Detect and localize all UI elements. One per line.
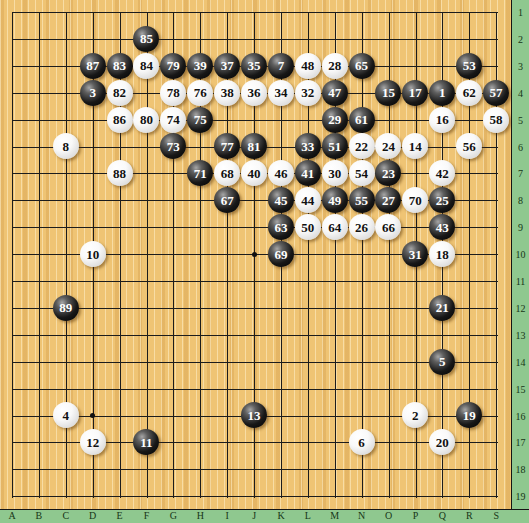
intersection-I9[interactable] <box>214 214 241 241</box>
intersection-D9[interactable] <box>79 214 106 241</box>
intersection-E14[interactable] <box>106 348 133 375</box>
intersection-B15[interactable] <box>25 375 52 402</box>
intersection-P9[interactable] <box>402 214 429 241</box>
go-board[interactable]: 8587838479393735748286553382787638363432… <box>0 0 529 523</box>
intersection-Q15[interactable] <box>429 375 456 402</box>
intersection-K1[interactable] <box>267 0 294 25</box>
intersection-S18[interactable] <box>483 456 510 483</box>
intersection-F8[interactable] <box>133 187 160 214</box>
intersection-J10[interactable] <box>241 241 268 268</box>
intersection-G2[interactable] <box>160 25 187 52</box>
intersection-C5[interactable] <box>52 106 79 133</box>
intersection-O13[interactable] <box>375 321 402 348</box>
intersection-E17[interactable] <box>106 429 133 456</box>
intersection-A13[interactable] <box>0 321 25 348</box>
intersection-P1[interactable] <box>402 0 429 25</box>
intersection-E5[interactable]: 86 <box>106 106 133 133</box>
intersection-K15[interactable] <box>267 375 294 402</box>
intersection-A10[interactable] <box>0 241 25 268</box>
intersection-F10[interactable] <box>133 241 160 268</box>
intersection-D1[interactable] <box>79 0 106 25</box>
intersection-B6[interactable] <box>25 133 52 160</box>
intersection-R1[interactable] <box>456 0 483 25</box>
intersection-G4[interactable]: 78 <box>160 79 187 106</box>
intersection-S4[interactable]: 57 <box>483 79 510 106</box>
intersection-F11[interactable] <box>133 267 160 294</box>
intersection-P13[interactable] <box>402 321 429 348</box>
intersection-B17[interactable] <box>25 429 52 456</box>
intersection-S12[interactable] <box>483 294 510 321</box>
intersection-N10[interactable] <box>348 241 375 268</box>
intersection-O19[interactable] <box>375 483 402 510</box>
intersection-K13[interactable] <box>267 321 294 348</box>
intersection-N2[interactable] <box>348 25 375 52</box>
intersection-H12[interactable] <box>187 294 214 321</box>
intersection-L13[interactable] <box>294 321 321 348</box>
intersection-B1[interactable] <box>25 0 52 25</box>
intersection-A3[interactable] <box>0 52 25 79</box>
intersection-S2[interactable] <box>483 25 510 52</box>
intersection-K2[interactable] <box>267 25 294 52</box>
intersection-R15[interactable] <box>456 375 483 402</box>
intersection-C12[interactable]: 89 <box>52 294 79 321</box>
intersection-H3[interactable]: 39 <box>187 52 214 79</box>
intersection-R6[interactable]: 56 <box>456 133 483 160</box>
intersection-O3[interactable] <box>375 52 402 79</box>
intersection-K11[interactable] <box>267 267 294 294</box>
intersection-P8[interactable]: 70 <box>402 187 429 214</box>
intersection-G10[interactable] <box>160 241 187 268</box>
intersection-J5[interactable] <box>241 106 268 133</box>
intersection-O6[interactable]: 24 <box>375 133 402 160</box>
intersection-I17[interactable] <box>214 429 241 456</box>
intersection-G1[interactable] <box>160 0 187 25</box>
intersection-K9[interactable]: 63 <box>267 214 294 241</box>
intersection-R18[interactable] <box>456 456 483 483</box>
intersection-N11[interactable] <box>348 267 375 294</box>
intersection-D10[interactable]: 10 <box>79 241 106 268</box>
intersection-N17[interactable]: 6 <box>348 429 375 456</box>
intersection-N3[interactable]: 65 <box>348 52 375 79</box>
intersection-B19[interactable] <box>25 483 52 510</box>
intersection-G9[interactable] <box>160 214 187 241</box>
intersection-R13[interactable] <box>456 321 483 348</box>
intersection-M6[interactable]: 51 <box>321 133 348 160</box>
intersection-A18[interactable] <box>0 456 25 483</box>
intersection-H13[interactable] <box>187 321 214 348</box>
intersection-R10[interactable] <box>456 241 483 268</box>
intersection-K5[interactable] <box>267 106 294 133</box>
intersection-M16[interactable] <box>321 402 348 429</box>
intersection-J19[interactable] <box>241 483 268 510</box>
intersection-R4[interactable]: 62 <box>456 79 483 106</box>
intersection-S1[interactable] <box>483 0 510 25</box>
intersection-L2[interactable] <box>294 25 321 52</box>
intersection-I4[interactable]: 38 <box>214 79 241 106</box>
intersection-P5[interactable] <box>402 106 429 133</box>
intersection-R5[interactable] <box>456 106 483 133</box>
intersection-Q14[interactable]: 5 <box>429 348 456 375</box>
intersection-N13[interactable] <box>348 321 375 348</box>
intersection-O18[interactable] <box>375 456 402 483</box>
intersection-I8[interactable]: 67 <box>214 187 241 214</box>
intersection-C14[interactable] <box>52 348 79 375</box>
intersection-H15[interactable] <box>187 375 214 402</box>
intersection-E6[interactable] <box>106 133 133 160</box>
intersection-Q7[interactable]: 42 <box>429 160 456 187</box>
intersection-J15[interactable] <box>241 375 268 402</box>
intersection-P16[interactable]: 2 <box>402 402 429 429</box>
intersection-P15[interactable] <box>402 375 429 402</box>
intersection-R19[interactable] <box>456 483 483 510</box>
intersection-L3[interactable]: 48 <box>294 52 321 79</box>
intersection-G6[interactable]: 73 <box>160 133 187 160</box>
intersection-I3[interactable]: 37 <box>214 52 241 79</box>
intersection-B9[interactable] <box>25 214 52 241</box>
intersection-P18[interactable] <box>402 456 429 483</box>
intersection-A2[interactable] <box>0 25 25 52</box>
intersection-E3[interactable]: 83 <box>106 52 133 79</box>
intersection-A11[interactable] <box>0 267 25 294</box>
intersection-Q17[interactable]: 20 <box>429 429 456 456</box>
intersection-K17[interactable] <box>267 429 294 456</box>
intersection-K14[interactable] <box>267 348 294 375</box>
intersection-F6[interactable] <box>133 133 160 160</box>
intersection-J3[interactable]: 35 <box>241 52 268 79</box>
intersection-N8[interactable]: 55 <box>348 187 375 214</box>
intersection-B16[interactable] <box>25 402 52 429</box>
intersection-Q10[interactable]: 18 <box>429 241 456 268</box>
intersection-A19[interactable] <box>0 483 25 510</box>
intersection-H18[interactable] <box>187 456 214 483</box>
intersection-K7[interactable]: 46 <box>267 160 294 187</box>
intersection-J13[interactable] <box>241 321 268 348</box>
intersection-C9[interactable] <box>52 214 79 241</box>
intersection-P11[interactable] <box>402 267 429 294</box>
intersection-R12[interactable] <box>456 294 483 321</box>
intersection-J2[interactable] <box>241 25 268 52</box>
intersection-D2[interactable] <box>79 25 106 52</box>
intersection-B13[interactable] <box>25 321 52 348</box>
intersection-N4[interactable] <box>348 79 375 106</box>
intersection-I6[interactable]: 77 <box>214 133 241 160</box>
intersection-C13[interactable] <box>52 321 79 348</box>
intersection-S14[interactable] <box>483 348 510 375</box>
intersection-R17[interactable] <box>456 429 483 456</box>
intersection-L6[interactable]: 33 <box>294 133 321 160</box>
intersection-R8[interactable] <box>456 187 483 214</box>
intersection-R14[interactable] <box>456 348 483 375</box>
intersection-D11[interactable] <box>79 267 106 294</box>
intersection-N9[interactable]: 26 <box>348 214 375 241</box>
intersection-F7[interactable] <box>133 160 160 187</box>
intersection-J17[interactable] <box>241 429 268 456</box>
intersection-S11[interactable] <box>483 267 510 294</box>
intersection-Q18[interactable] <box>429 456 456 483</box>
intersection-F5[interactable]: 80 <box>133 106 160 133</box>
intersection-F4[interactable] <box>133 79 160 106</box>
intersection-M15[interactable] <box>321 375 348 402</box>
intersection-A8[interactable] <box>0 187 25 214</box>
intersection-B3[interactable] <box>25 52 52 79</box>
intersection-A14[interactable] <box>0 348 25 375</box>
intersection-H19[interactable] <box>187 483 214 510</box>
intersection-A16[interactable] <box>0 402 25 429</box>
intersection-H11[interactable] <box>187 267 214 294</box>
intersection-O14[interactable] <box>375 348 402 375</box>
intersection-G11[interactable] <box>160 267 187 294</box>
intersection-P2[interactable] <box>402 25 429 52</box>
intersection-J18[interactable] <box>241 456 268 483</box>
intersection-D15[interactable] <box>79 375 106 402</box>
intersection-O17[interactable] <box>375 429 402 456</box>
intersection-D19[interactable] <box>79 483 106 510</box>
intersection-P7[interactable] <box>402 160 429 187</box>
intersection-L18[interactable] <box>294 456 321 483</box>
intersection-Q1[interactable] <box>429 0 456 25</box>
intersection-I5[interactable] <box>214 106 241 133</box>
intersection-M8[interactable]: 49 <box>321 187 348 214</box>
intersection-I14[interactable] <box>214 348 241 375</box>
intersection-Q2[interactable] <box>429 25 456 52</box>
intersection-D5[interactable] <box>79 106 106 133</box>
intersection-O16[interactable] <box>375 402 402 429</box>
intersection-B8[interactable] <box>25 187 52 214</box>
intersection-F1[interactable] <box>133 0 160 25</box>
intersection-H14[interactable] <box>187 348 214 375</box>
intersection-S10[interactable] <box>483 241 510 268</box>
intersection-G14[interactable] <box>160 348 187 375</box>
intersection-K19[interactable] <box>267 483 294 510</box>
intersection-R11[interactable] <box>456 267 483 294</box>
intersection-G15[interactable] <box>160 375 187 402</box>
intersection-O9[interactable]: 66 <box>375 214 402 241</box>
intersection-C4[interactable] <box>52 79 79 106</box>
intersection-F3[interactable]: 84 <box>133 52 160 79</box>
intersection-F14[interactable] <box>133 348 160 375</box>
intersection-Q13[interactable] <box>429 321 456 348</box>
intersection-E8[interactable] <box>106 187 133 214</box>
intersection-K8[interactable]: 45 <box>267 187 294 214</box>
intersection-A7[interactable] <box>0 160 25 187</box>
intersection-N14[interactable] <box>348 348 375 375</box>
intersection-S3[interactable] <box>483 52 510 79</box>
intersection-B4[interactable] <box>25 79 52 106</box>
intersection-B11[interactable] <box>25 267 52 294</box>
intersection-L17[interactable] <box>294 429 321 456</box>
intersection-O10[interactable] <box>375 241 402 268</box>
intersection-M7[interactable]: 30 <box>321 160 348 187</box>
intersection-A12[interactable] <box>0 294 25 321</box>
intersection-I18[interactable] <box>214 456 241 483</box>
intersection-F19[interactable] <box>133 483 160 510</box>
intersection-C18[interactable] <box>52 456 79 483</box>
intersection-O1[interactable] <box>375 0 402 25</box>
intersection-Q8[interactable]: 25 <box>429 187 456 214</box>
intersection-J16[interactable]: 13 <box>241 402 268 429</box>
intersection-D12[interactable] <box>79 294 106 321</box>
intersection-H17[interactable] <box>187 429 214 456</box>
intersection-N15[interactable] <box>348 375 375 402</box>
intersection-E16[interactable] <box>106 402 133 429</box>
intersection-E1[interactable] <box>106 0 133 25</box>
intersection-R2[interactable] <box>456 25 483 52</box>
intersection-I2[interactable] <box>214 25 241 52</box>
intersection-O8[interactable]: 27 <box>375 187 402 214</box>
intersection-L5[interactable] <box>294 106 321 133</box>
intersection-I1[interactable] <box>214 0 241 25</box>
intersection-L10[interactable] <box>294 241 321 268</box>
intersection-M17[interactable] <box>321 429 348 456</box>
intersection-H1[interactable] <box>187 0 214 25</box>
intersection-P3[interactable] <box>402 52 429 79</box>
intersection-R7[interactable] <box>456 160 483 187</box>
intersection-G5[interactable]: 74 <box>160 106 187 133</box>
intersection-Q4[interactable]: 1 <box>429 79 456 106</box>
intersection-N6[interactable]: 22 <box>348 133 375 160</box>
intersection-H4[interactable]: 76 <box>187 79 214 106</box>
intersection-D6[interactable] <box>79 133 106 160</box>
intersection-I12[interactable] <box>214 294 241 321</box>
intersection-O2[interactable] <box>375 25 402 52</box>
intersection-L1[interactable] <box>294 0 321 25</box>
intersection-A5[interactable] <box>0 106 25 133</box>
intersection-F2[interactable]: 85 <box>133 25 160 52</box>
intersection-I16[interactable] <box>214 402 241 429</box>
intersection-Q19[interactable] <box>429 483 456 510</box>
intersection-M18[interactable] <box>321 456 348 483</box>
intersection-L15[interactable] <box>294 375 321 402</box>
intersection-D3[interactable]: 87 <box>79 52 106 79</box>
intersection-G17[interactable] <box>160 429 187 456</box>
intersection-D16[interactable] <box>79 402 106 429</box>
intersection-K16[interactable] <box>267 402 294 429</box>
intersection-L4[interactable]: 32 <box>294 79 321 106</box>
intersection-C15[interactable] <box>52 375 79 402</box>
intersection-E12[interactable] <box>106 294 133 321</box>
intersection-Q11[interactable] <box>429 267 456 294</box>
intersection-F15[interactable] <box>133 375 160 402</box>
intersection-K10[interactable]: 69 <box>267 241 294 268</box>
intersection-H16[interactable] <box>187 402 214 429</box>
intersection-F13[interactable] <box>133 321 160 348</box>
intersection-M1[interactable] <box>321 0 348 25</box>
intersection-B12[interactable] <box>25 294 52 321</box>
intersection-F18[interactable] <box>133 456 160 483</box>
intersection-O5[interactable] <box>375 106 402 133</box>
intersection-N19[interactable] <box>348 483 375 510</box>
intersection-E7[interactable]: 88 <box>106 160 133 187</box>
intersection-G7[interactable] <box>160 160 187 187</box>
intersection-K18[interactable] <box>267 456 294 483</box>
intersection-E9[interactable] <box>106 214 133 241</box>
intersection-P14[interactable] <box>402 348 429 375</box>
intersection-S8[interactable] <box>483 187 510 214</box>
intersection-N12[interactable] <box>348 294 375 321</box>
intersection-R9[interactable] <box>456 214 483 241</box>
intersection-N16[interactable] <box>348 402 375 429</box>
intersection-D8[interactable] <box>79 187 106 214</box>
intersection-Q9[interactable]: 43 <box>429 214 456 241</box>
intersection-C3[interactable] <box>52 52 79 79</box>
intersection-M3[interactable]: 28 <box>321 52 348 79</box>
intersection-S9[interactable] <box>483 214 510 241</box>
intersection-I19[interactable] <box>214 483 241 510</box>
intersection-M10[interactable] <box>321 241 348 268</box>
intersection-A15[interactable] <box>0 375 25 402</box>
intersection-E4[interactable]: 82 <box>106 79 133 106</box>
intersection-E10[interactable] <box>106 241 133 268</box>
intersection-I10[interactable] <box>214 241 241 268</box>
intersection-B18[interactable] <box>25 456 52 483</box>
intersection-O12[interactable] <box>375 294 402 321</box>
intersection-D17[interactable]: 12 <box>79 429 106 456</box>
intersection-L7[interactable]: 41 <box>294 160 321 187</box>
intersection-E19[interactable] <box>106 483 133 510</box>
intersection-H7[interactable]: 71 <box>187 160 214 187</box>
intersection-P6[interactable]: 14 <box>402 133 429 160</box>
intersection-N18[interactable] <box>348 456 375 483</box>
intersection-D18[interactable] <box>79 456 106 483</box>
intersection-F16[interactable] <box>133 402 160 429</box>
intersection-Q16[interactable] <box>429 402 456 429</box>
intersection-M9[interactable]: 64 <box>321 214 348 241</box>
intersection-M19[interactable] <box>321 483 348 510</box>
intersection-J11[interactable] <box>241 267 268 294</box>
intersection-M14[interactable] <box>321 348 348 375</box>
intersection-Q12[interactable]: 21 <box>429 294 456 321</box>
intersection-L12[interactable] <box>294 294 321 321</box>
intersection-I11[interactable] <box>214 267 241 294</box>
intersection-G12[interactable] <box>160 294 187 321</box>
intersection-C8[interactable] <box>52 187 79 214</box>
intersection-K6[interactable] <box>267 133 294 160</box>
intersection-M13[interactable] <box>321 321 348 348</box>
intersection-P10[interactable]: 31 <box>402 241 429 268</box>
intersection-N7[interactable]: 54 <box>348 160 375 187</box>
intersection-G18[interactable] <box>160 456 187 483</box>
intersection-E13[interactable] <box>106 321 133 348</box>
intersection-E18[interactable] <box>106 456 133 483</box>
intersection-K4[interactable]: 34 <box>267 79 294 106</box>
intersection-C19[interactable] <box>52 483 79 510</box>
intersection-L19[interactable] <box>294 483 321 510</box>
intersection-S13[interactable] <box>483 321 510 348</box>
intersection-R16[interactable]: 19 <box>456 402 483 429</box>
intersection-G16[interactable] <box>160 402 187 429</box>
intersection-A6[interactable] <box>0 133 25 160</box>
intersection-H8[interactable] <box>187 187 214 214</box>
intersection-P19[interactable] <box>402 483 429 510</box>
intersection-O7[interactable]: 23 <box>375 160 402 187</box>
intersection-J6[interactable]: 81 <box>241 133 268 160</box>
intersection-D14[interactable] <box>79 348 106 375</box>
intersection-E15[interactable] <box>106 375 133 402</box>
intersection-J14[interactable] <box>241 348 268 375</box>
intersection-K3[interactable]: 7 <box>267 52 294 79</box>
intersection-D4[interactable]: 3 <box>79 79 106 106</box>
intersection-M4[interactable]: 47 <box>321 79 348 106</box>
intersection-J4[interactable]: 36 <box>241 79 268 106</box>
intersection-D7[interactable] <box>79 160 106 187</box>
intersection-K12[interactable] <box>267 294 294 321</box>
intersection-M2[interactable] <box>321 25 348 52</box>
intersection-S7[interactable] <box>483 160 510 187</box>
intersection-A1[interactable] <box>0 0 25 25</box>
intersection-S19[interactable] <box>483 483 510 510</box>
intersection-L11[interactable] <box>294 267 321 294</box>
intersection-O15[interactable] <box>375 375 402 402</box>
